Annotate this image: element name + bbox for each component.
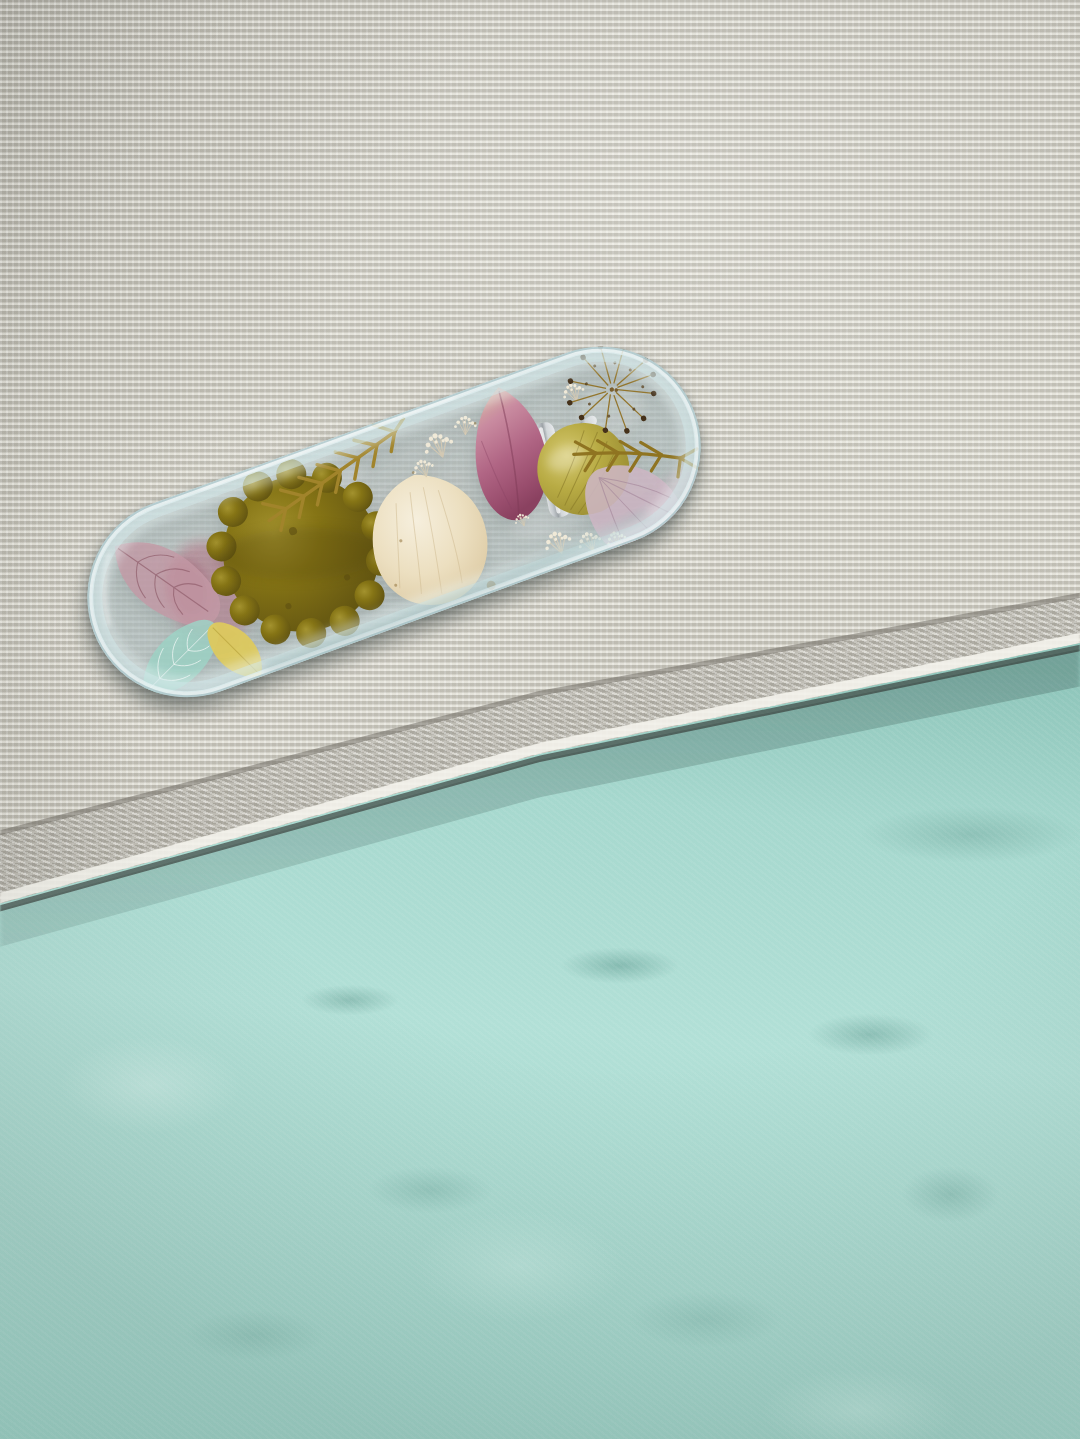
photo-scene bbox=[0, 0, 1080, 1439]
hair-clip-shadow-wrapper bbox=[74, 422, 714, 622]
